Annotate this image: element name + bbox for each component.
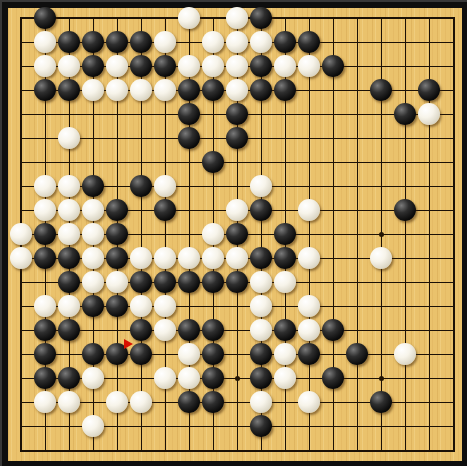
white-stone[interactable]	[226, 31, 248, 53]
black-stone[interactable]	[130, 175, 152, 197]
black-stone[interactable]	[130, 55, 152, 77]
black-stone[interactable]	[58, 367, 80, 389]
white-stone[interactable]	[130, 247, 152, 269]
black-stone[interactable]	[370, 391, 392, 413]
white-stone[interactable]	[154, 31, 176, 53]
white-stone[interactable]	[58, 127, 80, 149]
white-stone[interactable]	[58, 223, 80, 245]
black-stone[interactable]	[82, 295, 104, 317]
white-stone[interactable]	[226, 199, 248, 221]
white-stone[interactable]	[394, 343, 416, 365]
white-stone[interactable]	[154, 295, 176, 317]
black-stone[interactable]	[322, 319, 344, 341]
black-stone[interactable]	[82, 55, 104, 77]
black-stone[interactable]	[250, 7, 272, 29]
white-stone[interactable]	[178, 7, 200, 29]
black-stone[interactable]	[178, 127, 200, 149]
white-stone[interactable]	[82, 367, 104, 389]
white-stone[interactable]	[178, 247, 200, 269]
white-stone[interactable]	[58, 295, 80, 317]
white-stone[interactable]	[34, 199, 56, 221]
white-stone[interactable]	[154, 79, 176, 101]
goban	[8, 8, 462, 461]
white-stone[interactable]	[154, 175, 176, 197]
white-stone[interactable]	[106, 79, 128, 101]
white-stone[interactable]	[10, 223, 32, 245]
black-stone[interactable]	[106, 295, 128, 317]
white-stone[interactable]	[82, 271, 104, 293]
black-stone[interactable]	[274, 31, 296, 53]
black-stone[interactable]	[34, 223, 56, 245]
black-stone[interactable]	[274, 247, 296, 269]
black-stone[interactable]	[130, 319, 152, 341]
white-stone[interactable]	[130, 79, 152, 101]
white-stone[interactable]	[274, 55, 296, 77]
black-stone[interactable]	[178, 391, 200, 413]
black-stone[interactable]	[274, 223, 296, 245]
black-stone[interactable]	[106, 223, 128, 245]
black-stone[interactable]	[34, 367, 56, 389]
black-stone[interactable]	[202, 271, 224, 293]
white-stone[interactable]	[34, 55, 56, 77]
white-stone[interactable]	[226, 247, 248, 269]
black-stone[interactable]	[250, 415, 272, 437]
black-stone[interactable]	[202, 319, 224, 341]
white-stone[interactable]	[130, 295, 152, 317]
white-stone[interactable]	[298, 199, 320, 221]
white-stone[interactable]	[58, 175, 80, 197]
white-stone[interactable]	[34, 391, 56, 413]
black-stone[interactable]	[322, 55, 344, 77]
black-stone[interactable]	[154, 271, 176, 293]
white-stone[interactable]	[274, 367, 296, 389]
black-stone[interactable]	[34, 79, 56, 101]
white-stone[interactable]	[298, 295, 320, 317]
white-stone[interactable]	[106, 271, 128, 293]
white-stone[interactable]	[250, 271, 272, 293]
black-stone[interactable]	[250, 55, 272, 77]
star-point	[379, 376, 384, 381]
white-stone[interactable]	[178, 55, 200, 77]
black-stone[interactable]	[226, 223, 248, 245]
black-stone[interactable]	[34, 319, 56, 341]
white-stone[interactable]	[226, 7, 248, 29]
black-stone[interactable]	[58, 271, 80, 293]
white-stone[interactable]	[58, 55, 80, 77]
white-stone[interactable]	[226, 55, 248, 77]
white-stone[interactable]	[82, 247, 104, 269]
black-stone[interactable]	[130, 31, 152, 53]
white-stone[interactable]	[370, 247, 392, 269]
black-stone[interactable]	[178, 271, 200, 293]
white-stone[interactable]	[202, 247, 224, 269]
star-point	[379, 232, 384, 237]
white-stone[interactable]	[298, 391, 320, 413]
white-stone[interactable]	[226, 79, 248, 101]
black-stone[interactable]	[58, 79, 80, 101]
black-stone[interactable]	[178, 79, 200, 101]
white-stone[interactable]	[250, 319, 272, 341]
black-stone[interactable]	[346, 343, 368, 365]
black-stone[interactable]	[226, 127, 248, 149]
white-stone[interactable]	[250, 31, 272, 53]
black-stone[interactable]	[394, 103, 416, 125]
white-stone[interactable]	[10, 247, 32, 269]
white-stone[interactable]	[274, 271, 296, 293]
white-stone[interactable]	[202, 55, 224, 77]
black-stone[interactable]	[34, 343, 56, 365]
white-stone[interactable]	[106, 391, 128, 413]
black-stone[interactable]	[250, 199, 272, 221]
black-stone[interactable]	[298, 343, 320, 365]
white-stone[interactable]	[82, 415, 104, 437]
white-stone[interactable]	[250, 175, 272, 197]
last-move-marker	[124, 339, 133, 349]
black-stone[interactable]	[202, 151, 224, 173]
white-stone[interactable]	[202, 223, 224, 245]
white-stone[interactable]	[418, 103, 440, 125]
white-stone[interactable]	[82, 199, 104, 221]
black-stone[interactable]	[130, 343, 152, 365]
white-stone[interactable]	[298, 247, 320, 269]
white-stone[interactable]	[250, 295, 272, 317]
black-stone[interactable]	[106, 199, 128, 221]
white-stone[interactable]	[106, 55, 128, 77]
black-stone[interactable]	[418, 79, 440, 101]
go-app-window	[0, 0, 467, 466]
white-stone[interactable]	[154, 319, 176, 341]
white-stone[interactable]	[130, 391, 152, 413]
black-stone[interactable]	[106, 247, 128, 269]
black-stone[interactable]	[250, 247, 272, 269]
black-stone[interactable]	[274, 79, 296, 101]
black-stone[interactable]	[34, 7, 56, 29]
white-stone[interactable]	[250, 391, 272, 413]
black-stone[interactable]	[58, 247, 80, 269]
white-stone[interactable]	[34, 295, 56, 317]
black-stone[interactable]	[178, 103, 200, 125]
white-stone[interactable]	[34, 175, 56, 197]
black-stone[interactable]	[202, 343, 224, 365]
white-stone[interactable]	[154, 367, 176, 389]
black-stone[interactable]	[154, 55, 176, 77]
black-stone[interactable]	[250, 343, 272, 365]
white-stone[interactable]	[178, 343, 200, 365]
black-stone[interactable]	[370, 79, 392, 101]
white-stone[interactable]	[82, 79, 104, 101]
black-stone[interactable]	[82, 31, 104, 53]
white-stone[interactable]	[178, 367, 200, 389]
black-stone[interactable]	[226, 271, 248, 293]
black-stone[interactable]	[106, 31, 128, 53]
black-stone[interactable]	[82, 343, 104, 365]
black-stone[interactable]	[58, 319, 80, 341]
black-stone[interactable]	[274, 319, 296, 341]
black-stone[interactable]	[394, 199, 416, 221]
white-stone[interactable]	[58, 391, 80, 413]
white-stone[interactable]	[298, 319, 320, 341]
black-stone[interactable]	[202, 367, 224, 389]
black-stone[interactable]	[34, 247, 56, 269]
black-stone[interactable]	[82, 175, 104, 197]
white-stone[interactable]	[154, 247, 176, 269]
black-stone[interactable]	[178, 319, 200, 341]
black-stone[interactable]	[130, 271, 152, 293]
star-point	[235, 376, 240, 381]
black-stone[interactable]	[226, 103, 248, 125]
black-stone[interactable]	[202, 391, 224, 413]
white-stone[interactable]	[274, 343, 296, 365]
black-stone[interactable]	[202, 79, 224, 101]
black-stone[interactable]	[58, 31, 80, 53]
black-stone[interactable]	[250, 79, 272, 101]
white-stone[interactable]	[34, 31, 56, 53]
white-stone[interactable]	[82, 223, 104, 245]
black-stone[interactable]	[154, 199, 176, 221]
white-stone[interactable]	[58, 199, 80, 221]
black-stone[interactable]	[298, 31, 320, 53]
black-stone[interactable]	[250, 367, 272, 389]
white-stone[interactable]	[202, 31, 224, 53]
black-stone[interactable]	[322, 367, 344, 389]
white-stone[interactable]	[298, 55, 320, 77]
